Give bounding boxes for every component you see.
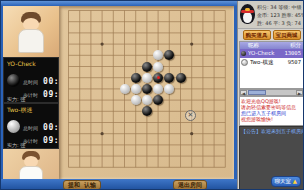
player-row-score: 13005 — [281, 49, 303, 58]
stone-black — [131, 73, 141, 83]
black-player-info-panel: YO-Check 总时间 00:00 步计时 09:34 实力: 强 — [3, 57, 59, 103]
right-sidebar: 积分: 34 等级: 中级 金币: 123 胜率: 45% 胜: 46 平: 3… — [237, 1, 304, 190]
stone-black — [164, 73, 174, 83]
scrollbar-thumb[interactable] — [248, 90, 266, 95]
player-row-score: 9507 — [281, 58, 303, 67]
penguin-belly — [243, 12, 252, 23]
player-table-row[interactable]: Two-棋迷9507 — [240, 58, 303, 67]
black-stone-dot-icon — [241, 51, 246, 56]
user-stats-row3: 胜: 46 平: 3 负: 74 — [257, 20, 304, 26]
chat-area: 【公告】欢迎来到五子棋房间 聊天室 ▲ — [239, 126, 304, 190]
avatar-body — [18, 29, 44, 53]
stone-white — [153, 62, 163, 72]
game-window: YO-Check 总时间 00:00 步计时 09:34 实力: 强 Two-棋… — [0, 0, 304, 190]
plaque-button[interactable]: 认输 — [84, 181, 96, 190]
stone-black — [142, 84, 152, 94]
white-player-info-panel: Two-棋迷 总时间 00:00 步计时 09:31 实力: 强 — [3, 103, 59, 149]
black-strength: 实力: 强 — [7, 96, 25, 102]
user-stats-row1: 积分: 34 等级: 中级 — [257, 4, 304, 10]
qq-penguin-avatar — [240, 4, 255, 24]
announcement-line: 祝您游戏愉快! — [241, 116, 302, 122]
player-row-name: YO-Check — [248, 49, 281, 58]
plaque-button[interactable]: 退出房间 — [178, 181, 202, 190]
player-table-header: 昵称 积分 — [240, 42, 303, 49]
stone-black — [153, 73, 163, 83]
chat-room-button[interactable]: 聊天室 ▲ — [271, 176, 301, 187]
user-stats-row2: 金币: 123 胜率: 45% — [257, 12, 304, 18]
stone-white — [131, 95, 141, 105]
white-stone-dot-icon — [241, 59, 248, 66]
stone-white — [142, 73, 152, 83]
stone-white — [142, 95, 152, 105]
player-list-table[interactable]: 昵称 积分 YO-Check13005Two-棋迷9507 — [239, 41, 304, 89]
horizontal-scrollbar[interactable]: ◀ ▶ — [239, 89, 304, 96]
white-player-name: Two-棋迷 — [7, 106, 33, 115]
last-move-marker — [157, 76, 160, 79]
mouse-cursor-stone-icon: ✕ — [185, 110, 196, 121]
black-player-avatar — [3, 6, 59, 57]
chat-header: 【公告】欢迎来到五子棋房间 — [240, 127, 303, 135]
player-row-name: Two-棋迷 — [250, 58, 281, 67]
black-stone-icon — [7, 74, 20, 87]
stone-white — [120, 84, 130, 94]
scroll-right-arrow[interactable]: ▶ — [296, 90, 303, 95]
user-info-box: 积分: 34 等级: 中级 金币: 123 胜率: 45% 胜: 46 平: 3… — [238, 1, 304, 29]
stone-white — [153, 84, 163, 94]
stone-black — [142, 62, 152, 72]
black-player-name: YO-Check — [7, 60, 36, 67]
shop-button[interactable]: 宝贝商城 — [273, 30, 301, 40]
exit-plaque: 退出房间 — [173, 180, 207, 190]
shop-button[interactable]: 购买道具 — [243, 30, 271, 40]
game-action-plaque: 提和认输 — [63, 180, 101, 190]
scroll-left-arrow[interactable]: ◀ — [240, 90, 247, 95]
white-strength: 实力: 强 — [7, 142, 25, 148]
announcement-area: 欢迎光临QQ游戏!请勿轻信索要密码等信息您已进入五子棋房间祝您游戏愉快! — [239, 96, 304, 126]
penguin-beak — [245, 8, 250, 11]
plaque-button[interactable]: 提和 — [68, 181, 80, 190]
chat-button-arrow-icon: ▲ — [293, 178, 297, 184]
shop-buttons-row: 购买道具宝贝商城 — [238, 29, 304, 40]
stone-black — [176, 73, 186, 83]
player-table-row[interactable]: YO-Check13005 — [240, 49, 303, 58]
stone-white — [131, 84, 141, 94]
white-stone-icon — [7, 120, 20, 133]
gomoku-board[interactable]: ✕ — [59, 6, 234, 179]
